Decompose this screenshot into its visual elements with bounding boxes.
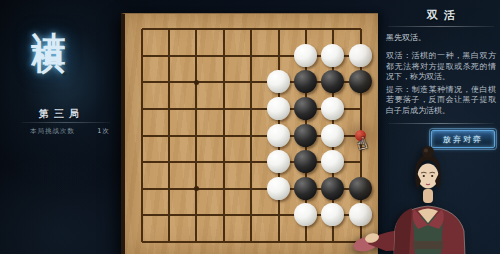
npc-hair-bun [422,146,434,158]
board-cell-c5r5[interactable] [238,122,265,149]
grid-line [223,202,225,229]
grid-line [223,96,225,123]
grid-line [278,43,280,70]
grid-line [168,122,170,149]
white-stone [349,44,372,67]
grid-line [141,96,143,123]
grid-line [168,202,170,229]
board-grid [128,16,375,254]
grid-line [195,202,197,229]
round-label: 第三局 [0,107,118,121]
puzzle-hint: 提示：制造某种情况，使白棋若要落子，反而会让黑子提取白子后成为活棋。 [386,85,496,117]
grid-line [168,229,170,242]
black-stone [321,177,344,200]
board-cell-c5r2[interactable] [238,43,265,70]
npc-eye [431,175,433,177]
grid-line [305,29,307,42]
puzzle-definition: 双活：活棋的一种，黑白双方都无法将对方提取或杀死的情况下，称为双活。 [386,51,496,83]
puzzle-title: 双活 [386,8,496,23]
grid-line [223,149,225,176]
board-cell-c2r4[interactable] [155,96,182,123]
go-board[interactable]: ☝ [121,13,378,254]
board-cell-c1r8[interactable] [128,202,155,229]
board-cell-c8r7[interactable] [320,176,347,203]
board-cell-c2r2[interactable] [155,43,182,70]
board-cell-c8r9[interactable] [320,229,347,254]
grid-line [223,69,225,96]
board-cell-c2r8[interactable] [155,202,182,229]
grid-line [250,229,252,242]
grid-line [223,43,225,70]
grid-line [332,29,334,42]
npc-hair-bun-highlight [424,149,428,153]
board-cell-c4r4[interactable] [210,96,237,123]
board-cell-c7r1[interactable] [292,16,319,43]
puzzle-objective: 黑先双活。 [386,32,496,43]
board-cell-c1r3[interactable] [128,69,155,96]
board-cell-c1r2[interactable] [128,43,155,70]
grid-line [141,69,143,96]
grid-line [278,229,280,242]
board-cell-c8r2[interactable] [320,43,347,70]
board-cell-c5r4[interactable] [238,96,265,123]
grid-line [195,29,197,42]
board-cell-c1r1[interactable] [128,16,155,43]
grid-line [278,29,280,42]
white-stone [294,44,317,67]
black-stone [294,177,317,200]
grid-line [142,188,156,190]
board-cell-c7r5[interactable] [292,122,319,149]
grid-line [168,43,170,70]
star-point [194,186,199,191]
board-cell-c2r5[interactable] [155,122,182,149]
grid-line [195,43,197,70]
grid-line [141,176,143,203]
grid-line [250,122,252,149]
board-cell-c3r4[interactable] [183,96,210,123]
left-sidebar: 诘棋 第三局 本局挑战次数 1次 [0,0,118,254]
grid-line [195,149,197,176]
board-cell-c1r6[interactable] [128,149,155,176]
board-cell-c5r1[interactable] [238,16,265,43]
stat-value: 1次 [97,127,110,136]
board-cell-c2r6[interactable] [155,149,182,176]
board-cell-c7r4[interactable] [292,96,319,123]
grid-line [142,81,156,83]
grid-line [141,122,143,149]
npc-neck [423,189,433,203]
grid-line [141,149,143,176]
board-cell-c9r4[interactable] [347,96,374,123]
board-cell-c3r3[interactable] [183,69,210,96]
game-screen: 诘棋 第三局 本局挑战次数 1次 ☝ 双活 黑先双活。 双活：活棋的一种，黑白双… [0,0,500,254]
black-stone [294,124,317,147]
board-cell-c6r5[interactable] [265,122,292,149]
board-cell-c5r7[interactable] [238,176,265,203]
npc-robe-shade [394,208,412,254]
grid-line [168,176,170,203]
board-cell-c8r8[interactable] [320,202,347,229]
grid-line [168,96,170,123]
grid-line [141,29,143,42]
board-cell-c4r9[interactable] [210,229,237,254]
board-cell-c5r3[interactable] [238,69,265,96]
white-stone [321,44,344,67]
board-cell-c3r9[interactable] [183,229,210,254]
grid-line [332,229,334,242]
challenge-stat: 本局挑战次数 1次 [30,127,110,136]
board-cell-c4r8[interactable] [210,202,237,229]
grid-line [250,96,252,123]
board-cell-c7r2[interactable] [292,43,319,70]
board-cell-c7r3[interactable] [292,69,319,96]
board-cell-c4r5[interactable] [210,122,237,149]
grid-line [250,69,252,96]
board-cell-c6r2[interactable] [265,43,292,70]
black-stone [294,97,317,120]
board-cell-c3r5[interactable] [183,122,210,149]
board-cell-c3r8[interactable] [183,202,210,229]
board-cell-c4r7[interactable] [210,176,237,203]
grid-line [168,29,170,42]
white-stone [267,150,290,173]
grid-line [223,176,225,203]
board-cell-c6r7[interactable] [265,176,292,203]
board-cell-c1r7[interactable] [128,176,155,203]
grid-line [250,43,252,70]
grid-line [142,55,156,57]
board-cell-c9r3[interactable] [347,69,374,96]
puzzle-info-panel: 双活 黑先双活。 双活：活棋的一种，黑白双方都无法将对方提取或杀死的情况下，称为… [386,8,496,148]
grid-line [278,202,280,229]
board-cell-c5r6[interactable] [238,149,265,176]
grid-line [168,69,170,96]
black-stone [321,70,344,93]
star-point [194,80,199,85]
grid-line [223,122,225,149]
white-stone [294,203,317,226]
board-cell-c3r6[interactable] [183,149,210,176]
grid-line [141,202,143,229]
board-cell-c8r6[interactable] [320,149,347,176]
npc-eye [423,175,425,177]
board-cell-c6r8[interactable] [265,202,292,229]
grid-line [250,29,252,42]
grid-line [142,135,156,137]
grid-line [142,28,156,30]
board-cell-c6r1[interactable] [265,16,292,43]
grid-line [142,241,156,243]
board-cell-c4r3[interactable] [210,69,237,96]
board-cell-c3r2[interactable] [183,43,210,70]
board-cell-c1r4[interactable] [128,96,155,123]
grid-line [223,229,225,242]
board-cell-c5r9[interactable] [238,229,265,254]
board-cell-c2r1[interactable] [155,16,182,43]
white-stone [321,203,344,226]
board-cell-c5r8[interactable] [238,202,265,229]
black-stone [349,70,372,93]
board-cell-c4r1[interactable] [210,16,237,43]
grid-line [223,29,225,42]
white-stone [267,124,290,147]
grid-line [141,229,143,242]
divider [388,26,494,27]
white-stone [267,97,290,120]
board-cell-c8r5[interactable] [320,122,347,149]
board-cell-c2r3[interactable] [155,69,182,96]
stat-label: 本局挑战次数 [30,127,75,136]
grid-line [142,161,156,163]
board-cell-c3r1[interactable] [183,16,210,43]
grid-line [250,202,252,229]
board-cell-c2r9[interactable] [155,229,182,254]
grid-line [360,96,362,123]
board-cell-c7r7[interactable] [292,176,319,203]
grid-line [195,122,197,149]
white-stone [321,97,344,120]
board-cell-c4r6[interactable] [210,149,237,176]
black-stone [294,150,317,173]
white-stone [321,124,344,147]
grid-line [347,108,361,110]
game-mode-title: 诘棋 [26,4,72,124]
board-cell-c9r1[interactable] [347,16,374,43]
npc-belt [413,241,443,249]
divider [22,122,110,123]
white-stone [267,70,290,93]
board-cell-c1r9[interactable] [128,229,155,254]
divider [388,123,494,124]
grid-line [142,108,156,110]
npc-mouth [426,184,430,185]
board-cell-c8r1[interactable] [320,16,347,43]
board-cell-c7r9[interactable] [292,229,319,254]
grid-line [305,229,307,242]
black-stone [294,70,317,93]
grid-line [142,214,156,216]
grid-line [250,176,252,203]
board-cell-c7r8[interactable] [292,202,319,229]
board-cell-c6r4[interactable] [265,96,292,123]
grid-line [141,43,143,70]
board-cell-c2r7[interactable] [155,176,182,203]
board-cell-c8r4[interactable] [320,96,347,123]
board-cell-c4r2[interactable] [210,43,237,70]
board-cell-c3r7[interactable] [183,176,210,203]
board-cell-c6r9[interactable] [265,229,292,254]
grid-line [168,149,170,176]
board-cell-c6r6[interactable] [265,149,292,176]
board-cell-c1r5[interactable] [128,122,155,149]
grid-line [360,29,362,42]
grid-line [250,149,252,176]
white-stone [267,177,290,200]
board-cell-c9r2[interactable] [347,43,374,70]
grid-line [195,229,197,242]
npc-character [352,144,500,254]
grid-line [195,96,197,123]
grid-line [347,28,361,30]
board-cell-c7r6[interactable] [292,149,319,176]
white-stone [321,150,344,173]
board-cell-c6r3[interactable] [265,69,292,96]
board-cell-c8r3[interactable] [320,69,347,96]
